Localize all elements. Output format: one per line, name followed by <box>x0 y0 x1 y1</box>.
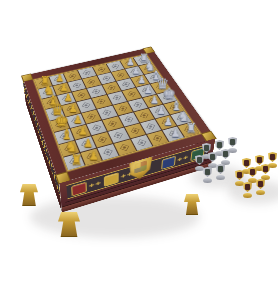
hufflepuff-crest <box>104 172 119 187</box>
square-d3[interactable] <box>77 99 96 112</box>
spare-pawn-slytherin[interactable] <box>202 167 213 183</box>
slytherin-crest <box>205 169 210 175</box>
piece-gold-pawn[interactable]: ♟ <box>78 126 88 137</box>
gryffindor-crest <box>71 181 87 196</box>
piece-gold-pawn[interactable]: ♟ <box>89 151 99 162</box>
slytherin-crest <box>218 166 223 172</box>
slytherin-crest <box>230 139 235 145</box>
spare-pawn-base <box>243 193 252 198</box>
spare-pawn-base <box>216 175 225 180</box>
gryffindor-crest <box>263 166 268 172</box>
spare-pawn-slytherin[interactable] <box>215 164 226 180</box>
slytherin-crest <box>204 145 209 151</box>
spare-pawn-base <box>256 190 265 195</box>
spare-pawn-gryffindor[interactable] <box>242 182 253 198</box>
piece-gold-pawn[interactable]: ♟ <box>73 114 82 124</box>
gold-cross-motif: ✚✚ <box>177 154 189 163</box>
gryffindor-crest <box>250 169 255 175</box>
gryffindor-crest <box>237 172 242 178</box>
piece-gold-pawn[interactable]: ♟ <box>83 138 93 149</box>
chess-board-box: ♜♟♟♜♞♟♟♞♝♟♟♝♛♟♟♛♚♟♟♚♝♟♟♝♞♟♟♞♜♟♟♜ ✚✚ ✚✚ ✚… <box>22 47 215 183</box>
product-photo-quidditch-chess-set: { "game": "chess", "theme": "Quidditch c… <box>0 0 278 300</box>
spare-pawn-gryffindor[interactable] <box>255 179 266 195</box>
spare-pawn-gryffindor[interactable] <box>260 164 271 180</box>
gryffindor-crest <box>257 157 262 163</box>
gryffindor-crest <box>258 181 263 187</box>
piece-silver-rook[interactable]: ♜ <box>186 122 197 135</box>
square-h1[interactable]: ♜ <box>63 153 84 170</box>
gryffindor-crest <box>244 160 249 166</box>
gryffindor-crest <box>245 184 250 190</box>
ravenclaw-crest <box>161 155 176 169</box>
square-h7[interactable]: ♟ <box>162 126 184 141</box>
square-h2[interactable]: ♟ <box>81 148 102 165</box>
slytherin-crest <box>197 157 202 163</box>
slytherin-crest <box>217 142 222 148</box>
piece-silver-pawn[interactable]: ♟ <box>144 85 153 95</box>
piece-silver-pawn[interactable]: ♟ <box>157 105 166 115</box>
piece-silver-pawn[interactable]: ♟ <box>164 116 173 127</box>
piece-gold-pawn[interactable]: ♟ <box>68 104 77 114</box>
spare-pawn-base <box>203 178 212 183</box>
piece-silver-pawn[interactable]: ♟ <box>171 128 181 139</box>
piece-gold-rook[interactable]: ♜ <box>70 153 82 167</box>
piece-gold-pawn[interactable]: ♟ <box>64 93 73 103</box>
slytherin-crest <box>223 151 228 157</box>
hogwarts-crest-quarters <box>134 160 147 173</box>
spare-pawns-gold <box>229 150 278 198</box>
gryffindor-crest <box>270 154 275 160</box>
piece-silver-pawn[interactable]: ♟ <box>150 95 159 105</box>
gold-cross-motif: ✚✚ <box>89 179 102 188</box>
slytherin-crest <box>210 154 215 160</box>
